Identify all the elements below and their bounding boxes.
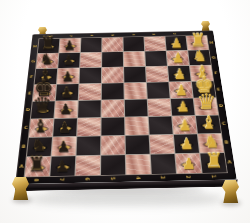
square-g2[interactable]	[167, 51, 189, 66]
square-g1[interactable]	[188, 50, 211, 65]
piece-cell-c5	[101, 117, 125, 136]
square-g7[interactable]	[58, 53, 80, 68]
piece-cell-d5	[101, 100, 124, 118]
piece-cell-d7: ♟	[54, 100, 78, 118]
rank-label-1: 1	[191, 26, 200, 40]
piece-cell-a3	[150, 153, 176, 174]
piece-cell-a8: ♜	[25, 156, 52, 177]
piece-white-b-c1[interactable]: ♝	[200, 114, 216, 132]
piece-black-p-b7[interactable]: ♟	[57, 139, 71, 154]
piece-white-r-a1[interactable]: ♜	[204, 150, 223, 171]
piece-cell-c3	[148, 116, 173, 135]
piece-white-p-d2[interactable]: ♟	[176, 100, 189, 115]
square-f4[interactable]	[124, 67, 146, 83]
square-e3[interactable]	[147, 82, 170, 98]
square-e5[interactable]	[102, 83, 124, 99]
piece-cell-a6	[75, 155, 100, 176]
piece-cell-b4	[125, 135, 150, 155]
square-f5[interactable]	[102, 67, 123, 83]
square-f3[interactable]	[146, 66, 168, 82]
square-f7[interactable]	[57, 68, 79, 84]
piece-white-p-b2[interactable]: ♟	[180, 136, 194, 151]
piece-black-r-a8[interactable]: ♜	[28, 153, 47, 174]
piece-cell-a2: ♟	[175, 153, 202, 174]
chess-set-photo: HGFEDCBA HGFEDCBA 87654321 87654321 ♜♟♟♜…	[0, 0, 250, 223]
rank-label-8: 8	[46, 29, 55, 43]
piece-cell-b3	[149, 134, 175, 154]
rank-label-5: 5	[109, 28, 116, 42]
square-f8[interactable]	[35, 69, 58, 85]
square-e4[interactable]	[124, 83, 146, 99]
square-g5[interactable]	[102, 52, 123, 67]
piece-cell-b7: ♟	[52, 136, 77, 156]
piece-cell-d4	[124, 99, 148, 117]
piece-black-p-a7[interactable]: ♟	[56, 159, 70, 175]
square-g6[interactable]	[80, 52, 101, 67]
piece-white-p-a2[interactable]: ♟	[182, 156, 196, 172]
rank-label-4: 4	[129, 28, 137, 42]
piece-black-p-c7[interactable]: ♟	[58, 120, 71, 135]
piece-cell-a5	[101, 154, 126, 175]
rank-label-3: 3	[150, 27, 158, 41]
piece-cell-d2: ♟	[170, 98, 195, 116]
chess-board: HGFEDCBA HGFEDCBA 87654321 87654321 ♜♟♟♜…	[15, 31, 237, 185]
square-f2[interactable]	[168, 66, 191, 82]
piece-black-b-c8[interactable]: ♝	[33, 117, 49, 135]
square-f6[interactable]	[79, 68, 101, 84]
rank-label-6: 6	[88, 29, 96, 43]
piece-cell-b5	[101, 135, 126, 155]
board-tilt-wrapper: HGFEDCBA HGFEDCBA 87654321 87654321 ♜♟♟♜…	[0, 0, 250, 223]
piece-cell-b6	[76, 136, 101, 156]
piece-white-p-c2[interactable]: ♟	[178, 118, 191, 133]
piece-cell-a4	[125, 154, 151, 175]
square-g4[interactable]	[124, 52, 145, 67]
piece-cell-a7: ♟	[50, 155, 76, 176]
square-g8[interactable]	[36, 53, 58, 68]
square-e7[interactable]	[56, 84, 79, 100]
piece-cell-d3	[147, 99, 171, 117]
piece-black-p-d7[interactable]: ♟	[59, 102, 72, 117]
piece-cell-b2: ♟	[173, 134, 199, 154]
square-f1[interactable]	[190, 65, 213, 81]
rank-label-2: 2	[171, 27, 180, 41]
piece-white-q-d1[interactable]: ♛	[196, 92, 216, 114]
rank-label-7: 7	[67, 29, 75, 43]
piece-cell-a1: ♜	[199, 152, 227, 173]
piece-cell-d6	[78, 100, 102, 118]
piece-black-q-d8[interactable]: ♛	[33, 95, 53, 117]
square-e2[interactable]	[169, 82, 192, 98]
square-g3[interactable]	[145, 51, 167, 66]
square-e6[interactable]	[79, 84, 101, 100]
